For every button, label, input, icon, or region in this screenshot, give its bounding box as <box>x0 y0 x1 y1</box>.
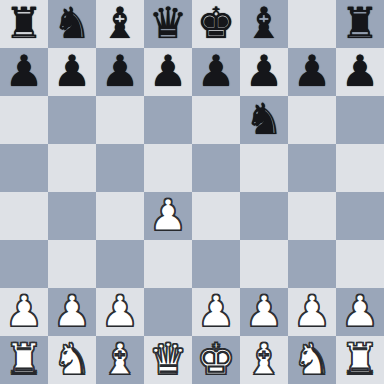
white-pawn-h2[interactable]: ♟ <box>341 287 380 335</box>
square-f7[interactable]: ♟ <box>240 48 288 96</box>
square-d3[interactable] <box>144 240 192 288</box>
square-b4[interactable] <box>48 192 96 240</box>
square-g6[interactable] <box>288 96 336 144</box>
square-d1[interactable]: ♛ <box>144 336 192 384</box>
square-a1[interactable]: ♜ <box>0 336 48 384</box>
square-h3[interactable] <box>336 240 384 288</box>
white-pawn-a2[interactable]: ♟ <box>5 287 44 335</box>
square-c7[interactable]: ♟ <box>96 48 144 96</box>
white-bishop-f1[interactable]: ♝ <box>245 335 284 383</box>
square-e3[interactable] <box>192 240 240 288</box>
square-f4[interactable] <box>240 192 288 240</box>
black-pawn-e7[interactable]: ♟ <box>197 47 236 95</box>
square-g4[interactable] <box>288 192 336 240</box>
square-h2[interactable]: ♟ <box>336 288 384 336</box>
black-pawn-c7[interactable]: ♟ <box>101 47 140 95</box>
square-e5[interactable] <box>192 144 240 192</box>
white-pawn-g2[interactable]: ♟ <box>293 287 332 335</box>
square-h6[interactable] <box>336 96 384 144</box>
square-a2[interactable]: ♟ <box>0 288 48 336</box>
square-d5[interactable] <box>144 144 192 192</box>
square-g1[interactable]: ♞ <box>288 336 336 384</box>
black-knight-b8[interactable]: ♞ <box>53 0 92 47</box>
black-bishop-c8[interactable]: ♝ <box>101 0 140 47</box>
square-g2[interactable]: ♟ <box>288 288 336 336</box>
square-b1[interactable]: ♞ <box>48 336 96 384</box>
black-pawn-g7[interactable]: ♟ <box>293 47 332 95</box>
square-b7[interactable]: ♟ <box>48 48 96 96</box>
black-pawn-d7[interactable]: ♟ <box>149 47 188 95</box>
square-d6[interactable] <box>144 96 192 144</box>
black-rook-h8[interactable]: ♜ <box>341 0 380 47</box>
square-d4[interactable]: ♟ <box>144 192 192 240</box>
white-pawn-c2[interactable]: ♟ <box>101 287 140 335</box>
square-c6[interactable] <box>96 96 144 144</box>
square-c3[interactable] <box>96 240 144 288</box>
black-knight-f6[interactable]: ♞ <box>245 95 284 143</box>
square-c4[interactable] <box>96 192 144 240</box>
square-e7[interactable]: ♟ <box>192 48 240 96</box>
square-e2[interactable]: ♟ <box>192 288 240 336</box>
square-a5[interactable] <box>0 144 48 192</box>
black-bishop-f8[interactable]: ♝ <box>245 0 284 47</box>
square-a7[interactable]: ♟ <box>0 48 48 96</box>
white-king-e1[interactable]: ♚ <box>197 335 236 383</box>
square-b8[interactable]: ♞ <box>48 0 96 48</box>
square-g3[interactable] <box>288 240 336 288</box>
white-pawn-e2[interactable]: ♟ <box>197 287 236 335</box>
white-pawn-b2[interactable]: ♟ <box>53 287 92 335</box>
square-h1[interactable]: ♜ <box>336 336 384 384</box>
square-f3[interactable] <box>240 240 288 288</box>
square-d2[interactable] <box>144 288 192 336</box>
square-c8[interactable]: ♝ <box>96 0 144 48</box>
square-h8[interactable]: ♜ <box>336 0 384 48</box>
square-a6[interactable] <box>0 96 48 144</box>
black-king-e8[interactable]: ♚ <box>197 0 236 47</box>
square-c2[interactable]: ♟ <box>96 288 144 336</box>
square-e8[interactable]: ♚ <box>192 0 240 48</box>
square-h7[interactable]: ♟ <box>336 48 384 96</box>
black-pawn-h7[interactable]: ♟ <box>341 47 380 95</box>
white-rook-h1[interactable]: ♜ <box>341 335 380 383</box>
black-queen-d8[interactable]: ♛ <box>149 0 188 47</box>
square-a4[interactable] <box>0 192 48 240</box>
square-a8[interactable]: ♜ <box>0 0 48 48</box>
white-knight-g1[interactable]: ♞ <box>293 335 332 383</box>
square-d8[interactable]: ♛ <box>144 0 192 48</box>
black-rook-a8[interactable]: ♜ <box>5 0 44 47</box>
square-e4[interactable] <box>192 192 240 240</box>
square-f8[interactable]: ♝ <box>240 0 288 48</box>
white-pawn-d4[interactable]: ♟ <box>149 191 188 239</box>
square-g5[interactable] <box>288 144 336 192</box>
square-f5[interactable] <box>240 144 288 192</box>
white-knight-b1[interactable]: ♞ <box>53 335 92 383</box>
square-b3[interactable] <box>48 240 96 288</box>
square-f6[interactable]: ♞ <box>240 96 288 144</box>
square-b5[interactable] <box>48 144 96 192</box>
square-f1[interactable]: ♝ <box>240 336 288 384</box>
white-rook-a1[interactable]: ♜ <box>5 335 44 383</box>
white-pawn-f2[interactable]: ♟ <box>245 287 284 335</box>
square-a3[interactable] <box>0 240 48 288</box>
white-bishop-c1[interactable]: ♝ <box>101 335 140 383</box>
black-pawn-f7[interactable]: ♟ <box>245 47 284 95</box>
square-d7[interactable]: ♟ <box>144 48 192 96</box>
square-e1[interactable]: ♚ <box>192 336 240 384</box>
square-f2[interactable]: ♟ <box>240 288 288 336</box>
square-g8[interactable] <box>288 0 336 48</box>
square-h4[interactable] <box>336 192 384 240</box>
black-pawn-b7[interactable]: ♟ <box>53 47 92 95</box>
square-b2[interactable]: ♟ <box>48 288 96 336</box>
white-queen-d1[interactable]: ♛ <box>149 335 188 383</box>
square-g7[interactable]: ♟ <box>288 48 336 96</box>
square-e6[interactable] <box>192 96 240 144</box>
square-c5[interactable] <box>96 144 144 192</box>
square-c1[interactable]: ♝ <box>96 336 144 384</box>
black-pawn-a7[interactable]: ♟ <box>5 47 44 95</box>
chess-board: ♜♞♝♛♚♝♜♟♟♟♟♟♟♟♟♞♟♟♟♟♟♟♟♟♜♞♝♛♚♝♞♜ <box>0 0 384 384</box>
square-b6[interactable] <box>48 96 96 144</box>
square-h5[interactable] <box>336 144 384 192</box>
